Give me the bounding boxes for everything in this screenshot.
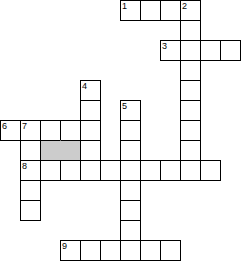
cell-r8c10[interactable] (200, 160, 221, 181)
cell-r12c8[interactable] (160, 240, 181, 261)
cell-r0c7[interactable] (140, 0, 161, 21)
cell-r6c4[interactable] (80, 120, 101, 141)
cell-r7c6[interactable] (120, 140, 141, 161)
cell-r6c3[interactable] (60, 120, 81, 141)
cell-r6c0[interactable]: 6 (0, 120, 21, 141)
cell-r4c4[interactable]: 4 (80, 80, 101, 101)
clue-number-3: 3 (162, 41, 167, 51)
cell-r5c4[interactable] (80, 100, 101, 121)
cell-r8c5[interactable] (100, 160, 121, 181)
cell-r10c1[interactable] (20, 200, 41, 221)
cell-r5c9[interactable] (180, 100, 201, 121)
cell-r8c8[interactable] (160, 160, 181, 181)
cell-r12c3[interactable]: 9 (60, 240, 81, 261)
cell-r8c1[interactable]: 8 (20, 160, 41, 181)
cell-r2c8[interactable]: 3 (160, 40, 181, 61)
cell-r1c9[interactable] (180, 20, 201, 41)
cell-r9c1[interactable] (20, 180, 41, 201)
cell-r12c5[interactable] (100, 240, 121, 261)
cell-r2c11[interactable] (220, 40, 241, 61)
cell-r0c9[interactable]: 2 (180, 0, 201, 21)
clue-number-4: 4 (82, 81, 87, 91)
cell-r3c9[interactable] (180, 60, 201, 81)
cell-r5c6[interactable]: 5 (120, 100, 141, 121)
clue-number-8: 8 (22, 161, 27, 171)
cell-r2c9[interactable] (180, 40, 201, 61)
cell-r11c6[interactable] (120, 220, 141, 241)
clue-number-9: 9 (62, 241, 67, 251)
cell-r12c6[interactable] (120, 240, 141, 261)
cell-r10c6[interactable] (120, 200, 141, 221)
cell-r8c3[interactable] (60, 160, 81, 181)
cell-r2c10[interactable] (200, 40, 221, 61)
cell-r6c9[interactable] (180, 120, 201, 141)
cell-r7c3-shaded[interactable] (60, 140, 81, 161)
cell-r7c9[interactable] (180, 140, 201, 161)
cell-r8c4[interactable] (80, 160, 101, 181)
cell-r0c6[interactable]: 1 (120, 0, 141, 21)
clue-number-2: 2 (182, 1, 187, 11)
cell-r7c4[interactable] (80, 140, 101, 161)
cell-r6c6[interactable] (120, 120, 141, 141)
clue-number-5: 5 (122, 101, 127, 111)
cell-r7c1[interactable] (20, 140, 41, 161)
clue-number-7: 7 (22, 121, 27, 131)
cell-r8c2[interactable] (40, 160, 61, 181)
cell-r12c4[interactable] (80, 240, 101, 261)
cell-r8c9[interactable] (180, 160, 201, 181)
cell-r4c9[interactable] (180, 80, 201, 101)
cell-r7c2-shaded[interactable] (40, 140, 61, 161)
crossword-grid: 123456789 (0, 0, 241, 261)
cell-r6c1[interactable]: 7 (20, 120, 41, 141)
clue-number-6: 6 (2, 121, 7, 131)
cell-r8c7[interactable] (140, 160, 161, 181)
cell-r6c2[interactable] (40, 120, 61, 141)
cell-r8c6[interactable] (120, 160, 141, 181)
cell-r9c6[interactable] (120, 180, 141, 201)
clue-number-1: 1 (122, 1, 127, 11)
cell-r0c8[interactable] (160, 0, 181, 21)
cell-r12c7[interactable] (140, 240, 161, 261)
